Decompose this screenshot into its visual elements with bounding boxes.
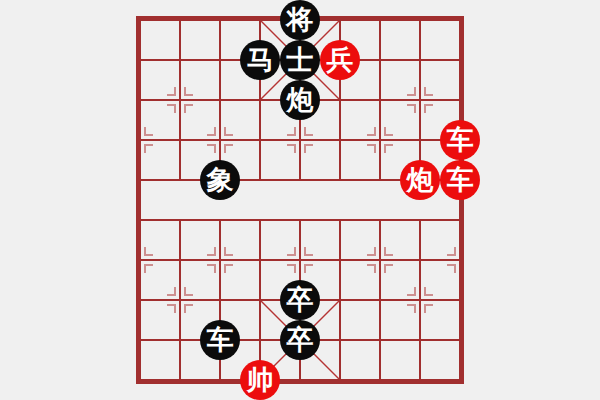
point-marker	[384, 247, 393, 256]
point-marker	[384, 144, 393, 153]
point-marker	[447, 247, 456, 256]
point-marker	[207, 247, 216, 256]
point-marker	[424, 104, 433, 113]
point-marker	[144, 144, 153, 153]
point-marker	[224, 127, 233, 136]
point-marker	[424, 287, 433, 296]
app-background: 将马士兵炮车象炮车卒车卒帅	[0, 0, 600, 400]
piece-red-chariot[interactable]: 车	[440, 160, 480, 200]
point-marker	[144, 264, 153, 273]
point-marker	[304, 264, 313, 273]
point-marker	[207, 264, 216, 273]
point-marker	[367, 127, 376, 136]
point-marker	[447, 264, 456, 273]
point-marker	[407, 287, 416, 296]
piece-red-general[interactable]: 帅	[240, 360, 280, 400]
point-marker	[184, 104, 193, 113]
xiangqi-board: 将马士兵炮车象炮车卒车卒帅	[0, 0, 600, 400]
point-marker	[287, 264, 296, 273]
piece-red-soldier[interactable]: 兵	[320, 40, 360, 80]
point-marker	[407, 304, 416, 313]
piece-black-soldier[interactable]: 卒	[280, 280, 320, 320]
point-marker	[184, 287, 193, 296]
point-marker	[287, 144, 296, 153]
piece-black-general[interactable]: 将	[280, 0, 320, 40]
point-marker	[304, 127, 313, 136]
point-marker	[304, 247, 313, 256]
point-marker	[224, 247, 233, 256]
point-marker	[384, 127, 393, 136]
point-marker	[367, 264, 376, 273]
piece-red-chariot[interactable]: 车	[440, 120, 480, 160]
point-marker	[184, 304, 193, 313]
piece-black-chariot[interactable]: 车	[200, 320, 240, 360]
point-marker	[424, 304, 433, 313]
point-marker	[167, 287, 176, 296]
point-marker	[224, 264, 233, 273]
piece-black-cannon[interactable]: 炮	[280, 80, 320, 120]
point-marker	[287, 247, 296, 256]
point-marker	[367, 144, 376, 153]
point-marker	[224, 144, 233, 153]
point-marker	[304, 144, 313, 153]
piece-black-horse[interactable]: 马	[240, 40, 280, 80]
point-marker	[287, 127, 296, 136]
point-marker	[167, 104, 176, 113]
point-marker	[207, 127, 216, 136]
point-marker	[424, 87, 433, 96]
point-marker	[207, 144, 216, 153]
point-marker	[407, 104, 416, 113]
piece-black-elephant[interactable]: 象	[200, 160, 240, 200]
point-marker	[384, 264, 393, 273]
point-marker	[167, 304, 176, 313]
point-marker	[144, 127, 153, 136]
point-marker	[184, 87, 193, 96]
piece-black-soldier[interactable]: 卒	[280, 320, 320, 360]
point-marker	[367, 247, 376, 256]
point-marker	[144, 247, 153, 256]
piece-black-advisor[interactable]: 士	[280, 40, 320, 80]
point-marker	[407, 87, 416, 96]
piece-red-cannon[interactable]: 炮	[400, 160, 440, 200]
point-marker	[167, 87, 176, 96]
